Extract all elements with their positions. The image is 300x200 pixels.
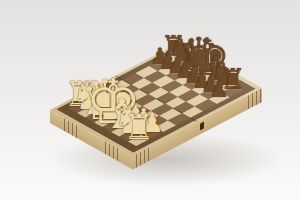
scene: ♜♞♝♛♚♝♞♜♟♟♟♟♟♟♟♟♟♟♟♟♟♟♟♟♜♞♝♛♚♝♞♜ — [0, 0, 300, 200]
clasp — [200, 122, 204, 131]
piece-white-rook[interactable]: ♜ — [123, 110, 154, 145]
piece-black-pawn[interactable]: ♟ — [209, 78, 229, 101]
